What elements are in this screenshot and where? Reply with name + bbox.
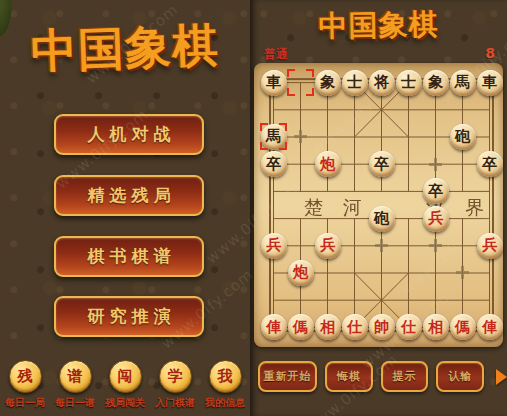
piece-red[interactable]: 傌 [288,314,314,340]
piece-black[interactable]: 将 [369,70,395,96]
nav-item-profile[interactable]: 我 我的信息 [200,360,250,414]
piece-black[interactable]: 砲 [450,124,476,150]
xiangqi-board[interactable]: 楚 河 汉 界 車象士将士象馬車馬砲卒炮卒卒卒砲兵兵兵兵炮俥傌相仕帥仕相傌俥 [254,63,503,347]
piece-black[interactable]: 車 [261,70,287,96]
piece-black[interactable]: 士 [342,70,368,96]
piece-red[interactable]: 俥 [477,314,503,340]
last-move-marker [287,69,314,96]
coin-icon: 闯 [109,360,142,393]
piece-black[interactable]: 象 [423,70,449,96]
board-grid: 車象士将士象馬車馬砲卒炮卒卒卒砲兵兵兵兵炮俥傌相仕帥仕相傌俥 [260,69,503,341]
piece-red[interactable]: 炮 [315,151,341,177]
piece-red[interactable]: 仕 [342,314,368,340]
level-number: 8 [485,45,495,61]
nav-label: 残局闯关 [105,396,145,410]
more-arrow-icon[interactable] [496,369,507,385]
piece-red[interactable]: 俥 [261,314,287,340]
piece-black[interactable]: 車 [477,70,503,96]
point-marker-icon [456,266,469,279]
piece-red[interactable]: 兵 [423,206,449,232]
piece-red[interactable]: 帥 [369,314,395,340]
app-logo: 中国象棋 [0,14,251,85]
coin-icon: 学 [159,360,192,393]
nav-label: 每日一谱 [55,396,95,410]
pvp-button[interactable]: 人机对战 [54,114,204,155]
hint-button[interactable]: 提示 [381,361,429,392]
research-button[interactable]: 研究推演 [54,296,204,337]
game-title: 中国象棋 [250,4,507,48]
piece-black[interactable]: 象 [315,70,341,96]
xiangqi-app: 中国象棋 人机对战 精选残局 棋书棋谱 研究推演 残 每日一局 谱 每日一谱 闯… [0,0,507,416]
piece-red[interactable]: 仕 [396,314,422,340]
coin-icon: 残 [9,360,42,393]
endgame-button[interactable]: 精选残局 [54,175,204,216]
point-marker-icon [375,239,388,252]
piece-red[interactable]: 相 [315,314,341,340]
resign-button[interactable]: 认输 [436,361,484,392]
undo-button[interactable]: 悔棋 [325,361,373,392]
nav-label: 入门棋谱 [155,396,195,410]
piece-black[interactable]: 馬 [450,70,476,96]
coin-icon: 谱 [59,360,92,393]
nav-item-daily-game[interactable]: 残 每日一局 [0,360,50,414]
point-marker-icon [429,158,442,171]
chess-books-button[interactable]: 棋书棋谱 [54,236,204,277]
piece-black[interactable]: 砲 [369,206,395,232]
nav-item-daily-record[interactable]: 谱 每日一谱 [50,360,100,414]
piece-red[interactable]: 兵 [315,233,341,259]
piece-black[interactable]: 卒 [261,151,287,177]
nav-label: 每日一局 [5,396,45,410]
last-move-marker [260,123,287,150]
piece-black[interactable]: 卒 [477,151,503,177]
point-marker-icon [294,130,307,143]
piece-red[interactable]: 炮 [288,260,314,286]
piece-black[interactable]: 卒 [423,178,449,204]
piece-red[interactable]: 兵 [261,233,287,259]
game-panel: 中国象棋 普通 8 楚 河 汉 界 車象士将士象馬車馬砲卒炮卒卒卒砲兵兵兵兵炮俥… [250,0,507,416]
nav-item-endgame-challenge[interactable]: 闯 残局闯关 [100,360,150,414]
piece-black[interactable]: 卒 [369,151,395,177]
nav-label: 我的信息 [205,396,245,410]
bottom-nav: 残 每日一局 谱 每日一谱 闯 残局闯关 学 入门棋谱 我 我的信息 [0,360,250,414]
nav-item-learn[interactable]: 学 入门棋谱 [150,360,200,414]
piece-red[interactable]: 兵 [477,233,503,259]
piece-black[interactable]: 士 [396,70,422,96]
piece-red[interactable]: 相 [423,314,449,340]
piece-red[interactable]: 傌 [450,314,476,340]
point-marker-icon [429,239,442,252]
action-bar: 重新开始 悔棋 提示 认输 [258,361,507,392]
coin-icon: 我 [209,360,242,393]
restart-button[interactable]: 重新开始 [258,361,317,392]
main-menu-panel: 中国象棋 人机对战 精选残局 棋书棋谱 研究推演 残 每日一局 谱 每日一谱 闯… [0,0,250,416]
